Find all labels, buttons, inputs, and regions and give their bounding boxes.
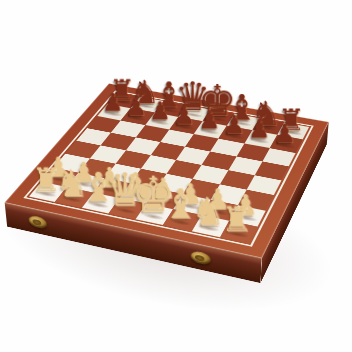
piece-white-rook[interactable]: ♜	[222, 204, 253, 236]
piece-black-pawn[interactable]: ♟	[125, 96, 147, 118]
chess-set-photo-scene: ♜♞♝♛♚♝♞♜♟♟♟♟♟♟♟♟♟♟♟♟♟♟♟♟♜♞♝♛♚♝♞♜	[0, 0, 352, 352]
piece-black-pawn[interactable]: ♟	[101, 92, 123, 114]
piece-black-pawn[interactable]: ♟	[248, 118, 271, 141]
brass-clasp-right	[191, 250, 211, 266]
piece-black-pawn[interactable]: ♟	[223, 114, 246, 137]
piece-black-pawn[interactable]: ♟	[149, 101, 171, 124]
piece-black-pawn[interactable]: ♟	[273, 123, 296, 146]
chess-board-3d: ♜♞♝♛♚♝♞♜♟♟♟♟♟♟♟♟♟♟♟♟♟♟♟♟♜♞♝♛♚♝♞♜	[5, 83, 329, 258]
piece-black-pawn[interactable]: ♟	[198, 109, 220, 132]
brass-clasp-left	[28, 214, 47, 229]
square-h1[interactable]: ♜	[220, 221, 258, 244]
piece-black-pawn[interactable]: ♟	[173, 105, 195, 128]
